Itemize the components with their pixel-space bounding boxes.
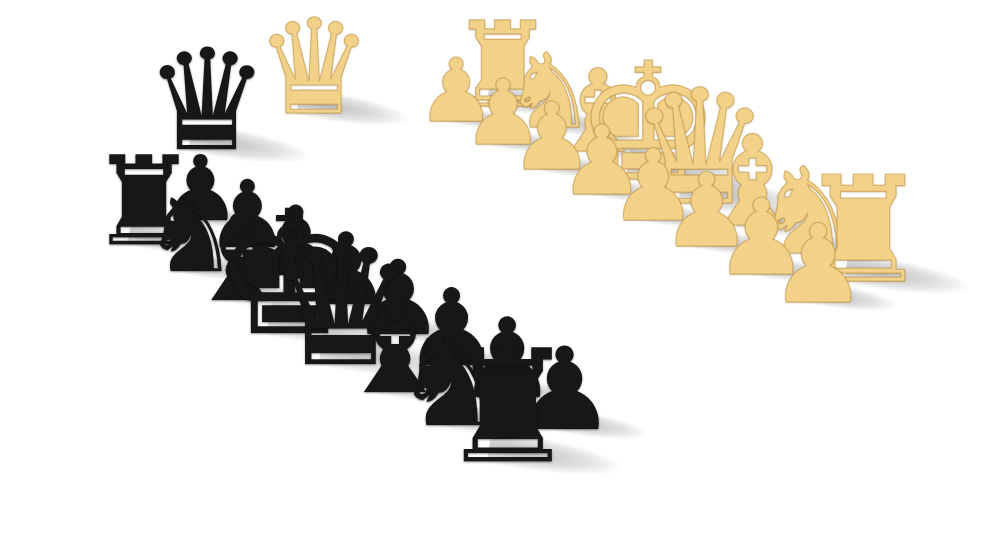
black-pawn-d2: ♟ bbox=[301, 220, 390, 320]
shadow-of-white-queen-e8 bbox=[678, 171, 817, 227]
square-c6 bbox=[455, 162, 552, 207]
rank-label-5-far: 5 bbox=[726, 347, 809, 390]
square-f8 bbox=[701, 196, 799, 243]
square-f4 bbox=[506, 283, 611, 336]
square-g4 bbox=[560, 311, 667, 366]
square-g7 bbox=[709, 243, 811, 293]
square-d7 bbox=[553, 167, 650, 212]
rank-label-1-far: 1 bbox=[508, 455, 599, 505]
square-c1 bbox=[189, 267, 295, 319]
shadow-of-black-pawn-d2 bbox=[332, 284, 419, 319]
square-h6 bbox=[716, 293, 821, 346]
square-b4 bbox=[306, 177, 405, 223]
white-pawn-d7: ♟ bbox=[559, 113, 645, 209]
square-g1 bbox=[394, 387, 507, 448]
square-g8 bbox=[755, 222, 855, 270]
square-d2 bbox=[295, 272, 401, 325]
white-king-d8: ♚ bbox=[575, 41, 721, 204]
shadow-of-black-rook-h1 bbox=[487, 430, 624, 485]
square-f3 bbox=[453, 306, 560, 361]
white-pawn-h7: ♟ bbox=[769, 209, 867, 318]
square-f6 bbox=[607, 238, 709, 288]
square-h7 bbox=[764, 270, 867, 321]
square-f5 bbox=[557, 260, 660, 311]
square-e8 bbox=[650, 172, 747, 217]
square-c4 bbox=[354, 202, 455, 250]
square-c3 bbox=[301, 223, 403, 272]
shadow-of-white-bishop-f8 bbox=[735, 201, 845, 245]
square-e1 bbox=[288, 325, 397, 381]
files-bottom: abcdefgh bbox=[59, 235, 509, 502]
black-pawn-c2: ♟ bbox=[253, 194, 340, 291]
files-top: abcdefgh bbox=[502, 70, 939, 275]
square-b8 bbox=[503, 102, 596, 143]
shadow-of-black-pawn-f2 bbox=[437, 343, 530, 380]
file-label-g: g bbox=[360, 415, 450, 465]
black-knight-g1: ♞ bbox=[393, 317, 508, 445]
white-pawn-f7: ♟ bbox=[661, 160, 753, 262]
square-e4 bbox=[454, 255, 558, 306]
rank-label-8-far: 8 bbox=[870, 275, 948, 314]
shadow-of-white-king-d8 bbox=[626, 146, 768, 203]
square-f1 bbox=[340, 355, 451, 413]
square-h5 bbox=[667, 316, 774, 371]
square-a6 bbox=[362, 116, 456, 158]
playing-area bbox=[92, 79, 915, 484]
rank-label-5: 5 bbox=[285, 120, 361, 152]
square-e5 bbox=[505, 233, 607, 282]
black-pawn-h2: ♟ bbox=[513, 333, 616, 447]
shadow-of-white-pawn-d7 bbox=[589, 175, 673, 209]
shadow-of-white-rook-h8 bbox=[844, 252, 972, 303]
square-e7 bbox=[603, 192, 701, 238]
square-b3 bbox=[253, 197, 354, 245]
square-d5 bbox=[454, 207, 554, 255]
file-label-a-far: a bbox=[502, 70, 573, 102]
chess-set-photo: abcdefghabcdefgh8765432187654321 ♜♛♟♞♟♛♝… bbox=[0, 0, 1000, 533]
shadow-of-black-queen-e1 bbox=[318, 330, 465, 389]
square-d8 bbox=[599, 148, 694, 192]
file-label-e: e bbox=[253, 351, 339, 398]
white-rook-h8: ♜ bbox=[798, 158, 929, 304]
shadow-of-white-knight-g8 bbox=[791, 228, 896, 270]
ranks-right: 87654321 bbox=[508, 275, 947, 505]
shadow-of-black-pawn-e2 bbox=[384, 313, 474, 349]
black-pawn-g2: ♟ bbox=[457, 303, 556, 414]
ranks-left: 87654321 bbox=[67, 67, 503, 235]
square-a1 bbox=[96, 213, 199, 262]
rank-label-2-far: 2 bbox=[566, 426, 655, 474]
square-d1 bbox=[237, 296, 345, 350]
black-rook-a1: ♜ bbox=[89, 140, 199, 263]
white-pawn-a7: ♟ bbox=[417, 47, 496, 135]
square-b1 bbox=[141, 240, 245, 291]
file-label-e-far: e bbox=[696, 160, 773, 196]
square-c7 bbox=[504, 143, 600, 187]
black-pawn-e2: ♟ bbox=[352, 247, 445, 350]
square-a3 bbox=[207, 172, 306, 218]
black-pawn-b2: ♟ bbox=[205, 169, 289, 262]
shadow-of-black-bishop-f1 bbox=[377, 366, 493, 413]
square-a8 bbox=[457, 80, 549, 120]
shadow-of-white-pawn-h7 bbox=[803, 280, 898, 318]
square-a2 bbox=[152, 193, 253, 240]
shadow-of-black-pawn-a2 bbox=[188, 202, 267, 234]
square-g3 bbox=[507, 335, 616, 392]
shadow-of-white-pawn-b7 bbox=[491, 127, 570, 159]
file-label-h-far: h bbox=[858, 236, 940, 275]
shadow-of-black-pawn-h2 bbox=[549, 407, 649, 447]
shadow-of-black-pawn-c2 bbox=[283, 256, 367, 290]
square-b6 bbox=[408, 139, 504, 182]
black-bishop-f1: ♝ bbox=[335, 280, 454, 413]
square-c2 bbox=[246, 245, 350, 296]
rank-label-7: 7 bbox=[384, 84, 457, 114]
file-label-f: f bbox=[305, 383, 393, 432]
white-queen-e8: ♛ bbox=[628, 68, 771, 227]
square-b2 bbox=[198, 218, 300, 267]
black-king-d1: ♚ bbox=[213, 188, 367, 359]
shadow-of-white-knight-b8 bbox=[536, 107, 626, 143]
black-pawn-f2: ♟ bbox=[404, 275, 500, 382]
shadow-of-white-rook-a8 bbox=[487, 82, 590, 123]
white-pawn-b7: ♟ bbox=[463, 69, 544, 160]
rank-label-6: 6 bbox=[335, 102, 409, 133]
white-bishop-f8: ♝ bbox=[696, 120, 808, 245]
shadow-of-spare-white-queen bbox=[296, 87, 411, 133]
black-knight-b1: ♞ bbox=[142, 180, 239, 288]
shadow-of-black-pawn-g2 bbox=[492, 375, 589, 414]
square-e6 bbox=[555, 212, 655, 260]
square-b7 bbox=[456, 120, 550, 162]
rank-label-3-far: 3 bbox=[622, 399, 709, 445]
shadow-of-white-pawn-e7 bbox=[640, 200, 727, 235]
shadow-of-white-pawn-a7 bbox=[444, 104, 521, 135]
square-a5 bbox=[312, 134, 408, 177]
square-h8 bbox=[810, 248, 911, 298]
rank-label-4-far: 4 bbox=[675, 372, 760, 417]
square-e2 bbox=[345, 301, 452, 355]
rank-label-7-far: 7 bbox=[824, 298, 903, 338]
shadow-of-black-bishop-c1 bbox=[223, 276, 328, 318]
square-h1 bbox=[450, 419, 565, 482]
file-label-d-far: d bbox=[646, 137, 722, 172]
shadow-of-black-knight-b1 bbox=[176, 249, 270, 287]
square-g2 bbox=[451, 361, 562, 420]
shadow-of-black-king-d1 bbox=[266, 299, 416, 359]
square-c8 bbox=[550, 125, 644, 167]
rank-label-8: 8 bbox=[431, 67, 502, 96]
square-f2 bbox=[397, 330, 506, 386]
shadow-of-black-knight-g1 bbox=[433, 400, 545, 445]
square-e3 bbox=[400, 278, 506, 331]
square-d3 bbox=[350, 250, 454, 301]
file-label-c-far: c bbox=[596, 114, 670, 148]
black-pawn-a2: ♟ bbox=[160, 144, 241, 235]
square-h4 bbox=[616, 341, 725, 398]
white-pawn-e7: ♟ bbox=[609, 136, 698, 235]
square-d4 bbox=[403, 228, 505, 277]
square-b5 bbox=[358, 158, 455, 203]
file-label-g-far: g bbox=[802, 210, 882, 248]
square-d6 bbox=[504, 187, 603, 233]
square-f7 bbox=[655, 217, 755, 265]
white-pawn-g7: ♟ bbox=[714, 184, 809, 290]
square-c5 bbox=[405, 182, 504, 228]
white-bishop-c8: ♝ bbox=[547, 55, 650, 170]
file-label-f-far: f bbox=[748, 185, 827, 222]
shadow-of-spare-black-queen bbox=[188, 122, 311, 171]
rank-label-2: 2 bbox=[124, 178, 205, 213]
black-bishop-c1: ♝ bbox=[185, 199, 293, 319]
shadow-of-black-pawn-b2 bbox=[235, 229, 317, 262]
white-rook-a8: ♜ bbox=[450, 6, 556, 124]
spare-white-queen: ♛ bbox=[255, 2, 373, 134]
square-h3 bbox=[563, 366, 674, 425]
square-a7 bbox=[410, 98, 503, 139]
file-label-h: h bbox=[416, 449, 508, 501]
black-rook-h1: ♜ bbox=[438, 329, 578, 485]
file-label-b: b bbox=[105, 262, 186, 304]
chessboard: abcdefghabcdefgh8765432187654321 bbox=[34, 57, 972, 521]
rank-label-4: 4 bbox=[233, 138, 310, 171]
square-g6 bbox=[661, 265, 764, 316]
square-a4 bbox=[260, 153, 358, 198]
file-label-b-far: b bbox=[549, 91, 622, 124]
shadow-of-white-pawn-g7 bbox=[747, 252, 839, 289]
shadow-of-black-rook-a1 bbox=[127, 220, 235, 263]
white-pawn-c7: ♟ bbox=[510, 90, 594, 183]
shadow-of-white-pawn-f7 bbox=[693, 226, 782, 262]
white-knight-b8: ♞ bbox=[503, 40, 596, 143]
rank-label-6-far: 6 bbox=[776, 322, 857, 364]
white-knight-g8: ♞ bbox=[753, 151, 861, 271]
square-g5 bbox=[611, 288, 716, 341]
shadow-of-white-pawn-c7 bbox=[539, 151, 621, 184]
file-label-c: c bbox=[152, 291, 234, 335]
rank-label-1: 1 bbox=[67, 198, 150, 234]
shadow-of-white-bishop-c8 bbox=[583, 128, 683, 168]
square-h2 bbox=[507, 392, 620, 453]
file-label-d: d bbox=[202, 320, 286, 365]
black-queen-e1: ♛ bbox=[266, 221, 417, 389]
file-label-a: a bbox=[59, 235, 138, 276]
spare-black-queen: ♛ bbox=[144, 31, 270, 172]
rank-label-3: 3 bbox=[179, 158, 258, 192]
